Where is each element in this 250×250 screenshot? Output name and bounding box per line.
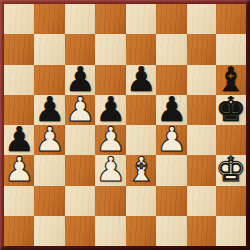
white-pawn-f4[interactable]: ♟: [156, 124, 186, 154]
square-f8[interactable]: [156, 4, 186, 34]
square-e6[interactable]: ♟: [126, 65, 156, 95]
square-a2[interactable]: [4, 186, 34, 216]
square-c4[interactable]: [65, 125, 95, 155]
square-e3[interactable]: ♝: [126, 155, 156, 185]
square-e5[interactable]: [126, 95, 156, 125]
square-a3[interactable]: ♟: [4, 155, 34, 185]
square-e1[interactable]: [126, 216, 156, 246]
white-bishop-e3[interactable]: ♝: [126, 154, 156, 184]
square-h3[interactable]: ♚: [216, 155, 246, 185]
square-g1[interactable]: [187, 216, 216, 246]
square-b1[interactable]: [34, 216, 64, 246]
square-f2[interactable]: [156, 186, 186, 216]
square-g8[interactable]: [187, 4, 216, 34]
square-b3[interactable]: [34, 155, 64, 185]
square-a6[interactable]: [4, 65, 34, 95]
black-king-h5[interactable]: ♚: [216, 94, 246, 124]
square-a1[interactable]: [4, 216, 34, 246]
square-g4[interactable]: [187, 125, 216, 155]
square-c1[interactable]: [65, 216, 95, 246]
square-g6[interactable]: [187, 65, 216, 95]
square-d1[interactable]: [95, 216, 125, 246]
white-pawn-c5[interactable]: ♟: [65, 94, 95, 124]
square-b4[interactable]: ♟: [34, 125, 64, 155]
square-e2[interactable]: [126, 186, 156, 216]
square-d8[interactable]: [95, 4, 125, 34]
square-f4[interactable]: ♟: [156, 125, 186, 155]
square-f7[interactable]: [156, 34, 186, 64]
square-g2[interactable]: [187, 186, 216, 216]
square-c2[interactable]: [65, 186, 95, 216]
square-d7[interactable]: [95, 34, 125, 64]
white-pawn-a3[interactable]: ♟: [4, 154, 34, 184]
white-pawn-d3[interactable]: ♟: [95, 154, 125, 184]
square-c5[interactable]: ♟: [65, 95, 95, 125]
white-king-h3[interactable]: ♚: [216, 154, 246, 184]
square-a8[interactable]: [4, 4, 34, 34]
square-a7[interactable]: [4, 34, 34, 64]
square-d2[interactable]: [95, 186, 125, 216]
white-pawn-b4[interactable]: ♟: [34, 124, 64, 154]
square-d3[interactable]: ♟: [95, 155, 125, 185]
square-f3[interactable]: [156, 155, 186, 185]
chess-board: ♟♟♝♟♟♟♟♚♟♟♟♟♟♟♝♚: [4, 4, 246, 246]
board-frame: ♟♟♝♟♟♟♟♚♟♟♟♟♟♟♝♚: [0, 0, 250, 250]
square-h8[interactable]: [216, 4, 246, 34]
square-h1[interactable]: [216, 216, 246, 246]
black-pawn-e6[interactable]: ♟: [126, 64, 156, 94]
square-b7[interactable]: [34, 34, 64, 64]
square-b2[interactable]: [34, 186, 64, 216]
square-h2[interactable]: [216, 186, 246, 216]
square-e8[interactable]: [126, 4, 156, 34]
square-c8[interactable]: [65, 4, 95, 34]
square-g7[interactable]: [187, 34, 216, 64]
square-b8[interactable]: [34, 4, 64, 34]
square-c3[interactable]: [65, 155, 95, 185]
square-h5[interactable]: ♚: [216, 95, 246, 125]
square-f1[interactable]: [156, 216, 186, 246]
square-g3[interactable]: [187, 155, 216, 185]
square-g5[interactable]: [187, 95, 216, 125]
